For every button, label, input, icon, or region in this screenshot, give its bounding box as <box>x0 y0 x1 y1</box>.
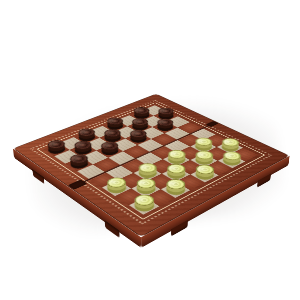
board-foot <box>171 220 188 237</box>
board-foot <box>105 220 120 238</box>
product-photo-canvas <box>0 0 300 300</box>
